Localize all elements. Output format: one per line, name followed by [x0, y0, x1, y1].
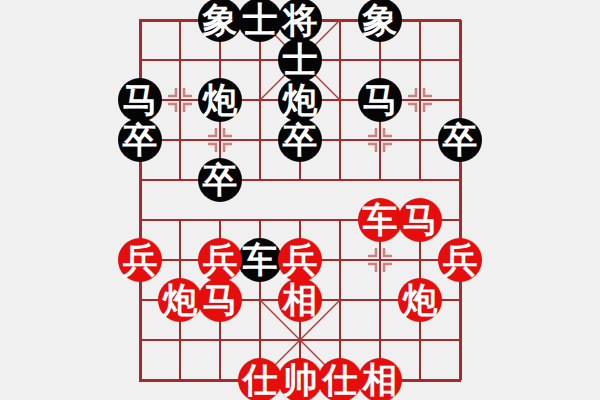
black-chariot-piece[interactable]: 车: [238, 238, 282, 282]
xiangqi-board: 象士将象士马炮炮马卒卒卒卒车车马兵兵兵兵炮马相炮仕帅仕相: [0, 0, 600, 400]
red-horse-piece[interactable]: 马: [198, 278, 242, 322]
black-soldier-piece[interactable]: 卒: [198, 158, 242, 202]
black-horse-piece[interactable]: 马: [118, 78, 162, 122]
red-elephant-piece[interactable]: 相: [278, 278, 322, 322]
red-elephant-piece[interactable]: 相: [358, 358, 402, 400]
black-soldier-piece[interactable]: 卒: [118, 118, 162, 162]
red-soldier-piece[interactable]: 兵: [278, 238, 322, 282]
red-general-piece[interactable]: 帅: [278, 358, 322, 400]
black-soldier-piece[interactable]: 卒: [438, 118, 482, 162]
red-chariot-piece[interactable]: 车: [358, 198, 402, 242]
red-horse-piece[interactable]: 马: [398, 198, 442, 242]
red-cannon-piece[interactable]: 炮: [398, 278, 442, 322]
red-soldier-piece[interactable]: 兵: [198, 238, 242, 282]
black-cannon-piece[interactable]: 炮: [278, 78, 322, 122]
red-soldier-piece[interactable]: 兵: [438, 238, 482, 282]
red-advisor-piece[interactable]: 仕: [238, 358, 282, 400]
red-cannon-piece[interactable]: 炮: [158, 278, 202, 322]
pieces-layer: 象士将象士马炮炮马卒卒卒卒车车马兵兵兵兵炮马相炮仕帅仕相: [0, 0, 600, 400]
red-soldier-piece[interactable]: 兵: [118, 238, 162, 282]
black-general-piece[interactable]: 将: [278, 0, 322, 42]
black-cannon-piece[interactable]: 炮: [198, 78, 242, 122]
black-soldier-piece[interactable]: 卒: [278, 118, 322, 162]
black-elephant-piece[interactable]: 象: [198, 0, 242, 42]
red-advisor-piece[interactable]: 仕: [318, 358, 362, 400]
black-horse-piece[interactable]: 马: [358, 78, 402, 122]
black-advisor-piece[interactable]: 士: [278, 38, 322, 82]
black-elephant-piece[interactable]: 象: [358, 0, 402, 42]
black-advisor-piece[interactable]: 士: [238, 0, 282, 42]
